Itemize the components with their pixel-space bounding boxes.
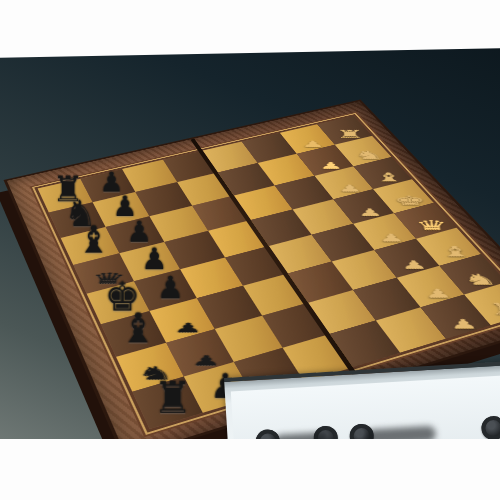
black-pawn: ♟ — [145, 273, 195, 304]
white-pawn: ♟ — [437, 318, 491, 331]
white-matte-top — [0, 0, 500, 58]
white-pawn: ♟ — [368, 233, 416, 244]
black-bishop: ♝ — [112, 308, 164, 349]
square-d3 — [243, 273, 308, 315]
square-a6: ♝ — [61, 227, 120, 265]
white-king: ♚ — [386, 194, 433, 207]
black-bishop: ♝ — [70, 221, 118, 259]
white-bishop: ♝ — [366, 171, 411, 183]
black-rook: ♜ — [145, 376, 201, 420]
white-knight: ♞ — [454, 272, 500, 287]
white-pawn: ♟ — [347, 207, 394, 217]
draughts-piece — [481, 415, 500, 440]
white-rook: ♜ — [480, 301, 500, 317]
photo-backdrop: ♜♟♟♜♞♟♟♞♝♟♟♝♛♟♟♚♚♟♟♛♝♟♟♝♞♟♟♞♜♟♟♜ — [0, 0, 500, 500]
white-bishop: ♝ — [430, 244, 480, 258]
white-queen: ♛ — [408, 219, 457, 232]
white-matte-bottom — [0, 439, 500, 500]
white-pawn: ♟ — [389, 259, 439, 270]
